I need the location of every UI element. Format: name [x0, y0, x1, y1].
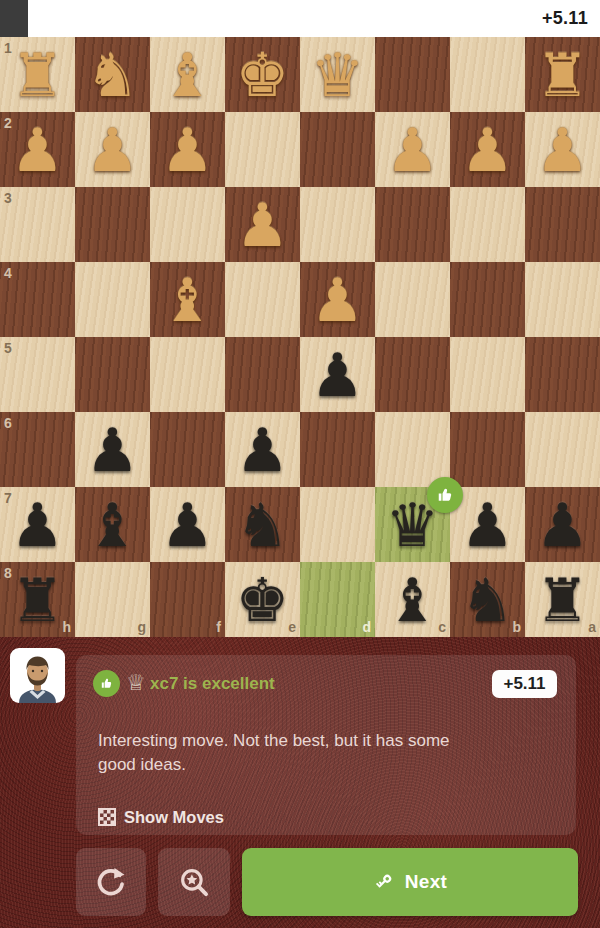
key-icon	[373, 871, 395, 893]
rank-label-6: 6	[4, 415, 12, 431]
coach-comment-line2: good ideas.	[98, 753, 548, 777]
square-c8[interactable]: c♝	[375, 562, 450, 637]
piece-black-bishop[interactable]: ♝	[75, 487, 150, 562]
file-label-f: f	[216, 619, 221, 635]
magnifier-star-icon	[177, 865, 211, 899]
square-b8[interactable]: b♞	[450, 562, 525, 637]
square-g5[interactable]	[75, 337, 150, 412]
square-f1[interactable]: ♝	[150, 37, 225, 112]
square-d3[interactable]	[300, 187, 375, 262]
show-moves-label: Show Moves	[124, 808, 224, 827]
square-c1[interactable]	[375, 37, 450, 112]
square-b6[interactable]	[450, 412, 525, 487]
square-a6[interactable]	[525, 412, 600, 487]
square-d8[interactable]: d	[300, 562, 375, 637]
coach-comment-card: ♕ xc7 is excellent +5.11 Interesting mov…	[76, 655, 576, 835]
rank-label-4: 4	[4, 265, 12, 281]
square-f3[interactable]	[150, 187, 225, 262]
square-g1[interactable]: ♞	[75, 37, 150, 112]
piece-black-knight[interactable]: ♞	[225, 487, 300, 562]
square-d4[interactable]: ♟	[300, 262, 375, 337]
square-c4[interactable]	[375, 262, 450, 337]
square-h1[interactable]: 1♜	[0, 37, 75, 112]
square-f5[interactable]	[150, 337, 225, 412]
square-b4[interactable]	[450, 262, 525, 337]
piece-black-pawn[interactable]: ♟	[225, 412, 300, 487]
file-label-d: d	[362, 619, 371, 635]
square-d2[interactable]	[300, 112, 375, 187]
square-h6[interactable]: 6	[0, 412, 75, 487]
piece-black-rook[interactable]: ♜	[0, 562, 75, 637]
square-h2[interactable]: 2♟	[0, 112, 75, 187]
square-f8[interactable]: f	[150, 562, 225, 637]
thumbs-up-icon	[93, 670, 120, 697]
square-e5[interactable]	[225, 337, 300, 412]
square-e3[interactable]: ♟	[225, 187, 300, 262]
square-a8[interactable]: a♜	[525, 562, 600, 637]
square-d5[interactable]: ♟	[300, 337, 375, 412]
coach-comment: Interesting move. Not the best, but it h…	[98, 729, 548, 777]
coach-comment-line1: Interesting move. Not the best, but it h…	[98, 729, 548, 753]
piece-white-pawn[interactable]: ♟	[0, 112, 75, 187]
piece-black-pawn[interactable]: ♟	[75, 412, 150, 487]
square-e1[interactable]: ♚	[225, 37, 300, 112]
piece-white-pawn[interactable]: ♟	[300, 262, 375, 337]
square-g7[interactable]: ♝	[75, 487, 150, 562]
square-a3[interactable]	[525, 187, 600, 262]
chess-board[interactable]: 1♜♞♝♚♛♜2♟♟♟♟♟♟3♟4♝♟5♟6♟♟7♟♝♟♞♛♟♟8h♜gfe♚d…	[0, 37, 600, 637]
piece-black-pawn[interactable]: ♟	[300, 337, 375, 412]
piece-black-rook[interactable]: ♜	[525, 562, 600, 637]
piece-black-pawn[interactable]: ♟	[150, 487, 225, 562]
queen-icon: ♕	[126, 669, 146, 697]
move-caption: xc7 is excellent	[150, 672, 275, 696]
square-c3[interactable]	[375, 187, 450, 262]
square-e6[interactable]: ♟	[225, 412, 300, 487]
piece-white-queen[interactable]: ♛	[300, 37, 375, 112]
square-e2[interactable]	[225, 112, 300, 187]
piece-white-pawn[interactable]: ♟	[75, 112, 150, 187]
square-c6[interactable]	[375, 412, 450, 487]
rank-label-3: 3	[4, 190, 12, 206]
square-f4[interactable]: ♝	[150, 262, 225, 337]
show-moves-button[interactable]: Show Moves	[98, 805, 224, 829]
square-e7[interactable]: ♞	[225, 487, 300, 562]
rank-label-5: 5	[4, 340, 12, 356]
square-h3[interactable]: 3	[0, 187, 75, 262]
file-label-g: g	[137, 619, 146, 635]
move-caption-row: ♕ xc7 is excellent +5.11	[76, 670, 576, 700]
square-f2[interactable]: ♟	[150, 112, 225, 187]
piece-white-bishop[interactable]: ♝	[150, 262, 225, 337]
retry-icon	[94, 865, 128, 899]
piece-black-pawn[interactable]: ♟	[0, 487, 75, 562]
piece-white-king[interactable]: ♚	[225, 37, 300, 112]
piece-white-knight[interactable]: ♞	[75, 37, 150, 112]
square-g4[interactable]	[75, 262, 150, 337]
square-d6[interactable]	[300, 412, 375, 487]
square-b3[interactable]	[450, 187, 525, 262]
piece-white-pawn[interactable]: ♟	[375, 112, 450, 187]
next-button[interactable]: Next	[242, 848, 578, 916]
analysis-button[interactable]	[158, 848, 230, 916]
eval-score: +5.11	[542, 0, 588, 37]
square-c5[interactable]	[375, 337, 450, 412]
board-icon	[98, 808, 116, 826]
status-bar: +5.11	[0, 0, 600, 37]
square-a5[interactable]	[525, 337, 600, 412]
square-d1[interactable]: ♛	[300, 37, 375, 112]
square-h7[interactable]: 7♟	[0, 487, 75, 562]
piece-white-rook[interactable]: ♜	[525, 37, 600, 112]
square-f7[interactable]: ♟	[150, 487, 225, 562]
piece-black-king[interactable]: ♚	[225, 562, 300, 637]
piece-white-pawn[interactable]: ♟	[525, 112, 600, 187]
square-h5[interactable]: 5	[0, 337, 75, 412]
piece-black-pawn[interactable]: ♟	[525, 487, 600, 562]
piece-white-pawn[interactable]: ♟	[150, 112, 225, 187]
coach-avatar	[10, 648, 65, 703]
next-button-label: Next	[405, 871, 447, 893]
square-e8[interactable]: e♚	[225, 562, 300, 637]
square-f6[interactable]	[150, 412, 225, 487]
square-b2[interactable]: ♟	[450, 112, 525, 187]
square-b5[interactable]	[450, 337, 525, 412]
piece-white-pawn[interactable]: ♟	[450, 112, 525, 187]
square-b1[interactable]	[450, 37, 525, 112]
square-a1[interactable]: ♜	[525, 37, 600, 112]
square-d7[interactable]	[300, 487, 375, 562]
square-a7[interactable]: ♟	[525, 487, 600, 562]
notch-block	[0, 0, 28, 37]
square-g6[interactable]: ♟	[75, 412, 150, 487]
app-screen: +5.11 1♜♞♝♚♛♜2♟♟♟♟♟♟3♟4♝♟5♟6♟♟7♟♝♟♞♛♟♟8h…	[0, 0, 600, 928]
coach-panel: ♕ xc7 is excellent +5.11 Interesting mov…	[0, 637, 600, 928]
piece-white-rook[interactable]: ♜	[0, 37, 75, 112]
square-e4[interactable]	[225, 262, 300, 337]
piece-white-pawn[interactable]: ♟	[225, 187, 300, 262]
thumbs-up-icon	[435, 485, 455, 505]
move-quality-badge	[427, 477, 463, 513]
piece-black-knight[interactable]: ♞	[450, 562, 525, 637]
square-a2[interactable]: ♟	[525, 112, 600, 187]
retry-button[interactable]	[76, 848, 146, 916]
square-a4[interactable]	[525, 262, 600, 337]
square-h4[interactable]: 4	[0, 262, 75, 337]
square-g8[interactable]: g	[75, 562, 150, 637]
piece-white-bishop[interactable]: ♝	[150, 37, 225, 112]
square-g3[interactable]	[75, 187, 150, 262]
piece-black-bishop[interactable]: ♝	[375, 562, 450, 637]
square-h8[interactable]: 8h♜	[0, 562, 75, 637]
eval-badge: +5.11	[492, 670, 557, 698]
square-c2[interactable]: ♟	[375, 112, 450, 187]
square-g2[interactable]: ♟	[75, 112, 150, 187]
